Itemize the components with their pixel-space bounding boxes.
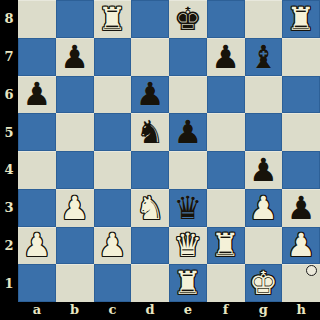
square-g2[interactable] (245, 227, 283, 265)
chess-board-diagram: 87654321 ♜♚♜♟♟♝♟♟♞♟♟♟♞♛♟♟♟♟♛♜♟♜♚ abcdefg… (0, 0, 320, 320)
square-f8[interactable] (207, 0, 245, 38)
square-f7[interactable]: ♟ (207, 38, 245, 76)
rank-label-2: 2 (0, 227, 18, 265)
square-h3[interactable]: ♟ (282, 189, 320, 227)
square-e8[interactable]: ♚ (169, 0, 207, 38)
square-a2[interactable]: ♟ (18, 227, 56, 265)
square-f3[interactable] (207, 189, 245, 227)
square-f1[interactable] (207, 264, 245, 302)
square-c2[interactable]: ♟ (94, 227, 132, 265)
rank-label-3: 3 (0, 189, 18, 227)
square-e2[interactable]: ♛ (169, 227, 207, 265)
square-g5[interactable] (245, 113, 283, 151)
file-label-e: e (169, 301, 207, 320)
piece-white-pawn[interactable]: ♟ (282, 227, 320, 265)
square-e6[interactable] (169, 76, 207, 114)
file-label-h: h (282, 301, 320, 320)
square-g3[interactable]: ♟ (245, 189, 283, 227)
square-c8[interactable]: ♜ (94, 0, 132, 38)
piece-white-queen[interactable]: ♛ (169, 227, 207, 265)
square-g8[interactable] (245, 0, 283, 38)
square-b1[interactable] (56, 264, 94, 302)
piece-black-pawn[interactable]: ♟ (18, 76, 56, 114)
square-b6[interactable] (56, 76, 94, 114)
square-e4[interactable] (169, 151, 207, 189)
square-c1[interactable] (94, 264, 132, 302)
piece-white-pawn[interactable]: ♟ (18, 227, 56, 265)
square-b8[interactable] (56, 0, 94, 38)
piece-white-rook[interactable]: ♜ (207, 227, 245, 265)
piece-white-pawn[interactable]: ♟ (56, 189, 94, 227)
square-d8[interactable] (131, 0, 169, 38)
square-d1[interactable] (131, 264, 169, 302)
piece-white-knight[interactable]: ♞ (131, 189, 169, 227)
piece-black-bishop[interactable]: ♝ (245, 38, 283, 76)
square-c4[interactable] (94, 151, 132, 189)
piece-white-pawn[interactable]: ♟ (245, 189, 283, 227)
square-h4[interactable] (282, 151, 320, 189)
square-g1[interactable]: ♚ (245, 264, 283, 302)
square-a3[interactable] (18, 189, 56, 227)
piece-white-rook[interactable]: ♜ (169, 264, 207, 302)
square-b4[interactable] (56, 151, 94, 189)
piece-white-rook[interactable]: ♜ (94, 0, 132, 38)
square-f6[interactable] (207, 76, 245, 114)
square-a5[interactable] (18, 113, 56, 151)
square-c7[interactable] (94, 38, 132, 76)
piece-black-pawn[interactable]: ♟ (282, 189, 320, 227)
piece-black-pawn[interactable]: ♟ (56, 38, 94, 76)
file-label-b: b (56, 301, 94, 320)
square-e5[interactable]: ♟ (169, 113, 207, 151)
square-b3[interactable]: ♟ (56, 189, 94, 227)
piece-black-pawn[interactable]: ♟ (131, 76, 169, 114)
square-c5[interactable] (94, 113, 132, 151)
rank-label-5: 5 (0, 113, 18, 151)
file-label-d: d (131, 301, 169, 320)
piece-white-pawn[interactable]: ♟ (94, 227, 132, 265)
square-a6[interactable]: ♟ (18, 76, 56, 114)
chess-board[interactable]: ♜♚♜♟♟♝♟♟♞♟♟♟♞♛♟♟♟♟♛♜♟♜♚ (18, 0, 320, 302)
piece-black-pawn[interactable]: ♟ (207, 38, 245, 76)
square-h7[interactable] (282, 38, 320, 76)
rank-label-4: 4 (0, 151, 18, 189)
square-h5[interactable] (282, 113, 320, 151)
piece-black-queen[interactable]: ♛ (169, 189, 207, 227)
file-label-f: f (207, 301, 245, 320)
square-a7[interactable] (18, 38, 56, 76)
file-label-c: c (94, 301, 132, 320)
square-c3[interactable] (94, 189, 132, 227)
square-a8[interactable] (18, 0, 56, 38)
square-f2[interactable]: ♜ (207, 227, 245, 265)
piece-white-rook[interactable]: ♜ (282, 0, 320, 38)
square-d5[interactable]: ♞ (131, 113, 169, 151)
square-f5[interactable] (207, 113, 245, 151)
square-e7[interactable] (169, 38, 207, 76)
piece-black-pawn[interactable]: ♟ (245, 151, 283, 189)
square-b2[interactable] (56, 227, 94, 265)
square-d4[interactable] (131, 151, 169, 189)
square-g6[interactable] (245, 76, 283, 114)
square-d6[interactable]: ♟ (131, 76, 169, 114)
square-e3[interactable]: ♛ (169, 189, 207, 227)
rank-label-6: 6 (0, 76, 18, 114)
file-label-g: g (245, 301, 283, 320)
square-e1[interactable]: ♜ (169, 264, 207, 302)
piece-black-king[interactable]: ♚ (169, 0, 207, 38)
rank-label-7: 7 (0, 38, 18, 76)
square-h6[interactable] (282, 76, 320, 114)
piece-white-king[interactable]: ♚ (245, 264, 283, 302)
file-labels: abcdefgh (18, 301, 320, 320)
square-d3[interactable]: ♞ (131, 189, 169, 227)
piece-black-knight[interactable]: ♞ (131, 113, 169, 151)
square-a1[interactable] (18, 264, 56, 302)
square-a4[interactable] (18, 151, 56, 189)
square-h8[interactable]: ♜ (282, 0, 320, 38)
square-b5[interactable] (56, 113, 94, 151)
rank-label-1: 1 (0, 264, 18, 302)
white-to-move-indicator (306, 265, 317, 276)
piece-black-pawn[interactable]: ♟ (169, 113, 207, 151)
square-d7[interactable] (131, 38, 169, 76)
square-d2[interactable] (131, 227, 169, 265)
square-f4[interactable] (207, 151, 245, 189)
file-label-a: a (18, 301, 56, 320)
square-g4[interactable]: ♟ (245, 151, 283, 189)
square-h2[interactable]: ♟ (282, 227, 320, 265)
rank-labels: 87654321 (0, 0, 18, 302)
rank-label-8: 8 (0, 0, 18, 38)
square-b7[interactable]: ♟ (56, 38, 94, 76)
square-c6[interactable] (94, 76, 132, 114)
square-g7[interactable]: ♝ (245, 38, 283, 76)
